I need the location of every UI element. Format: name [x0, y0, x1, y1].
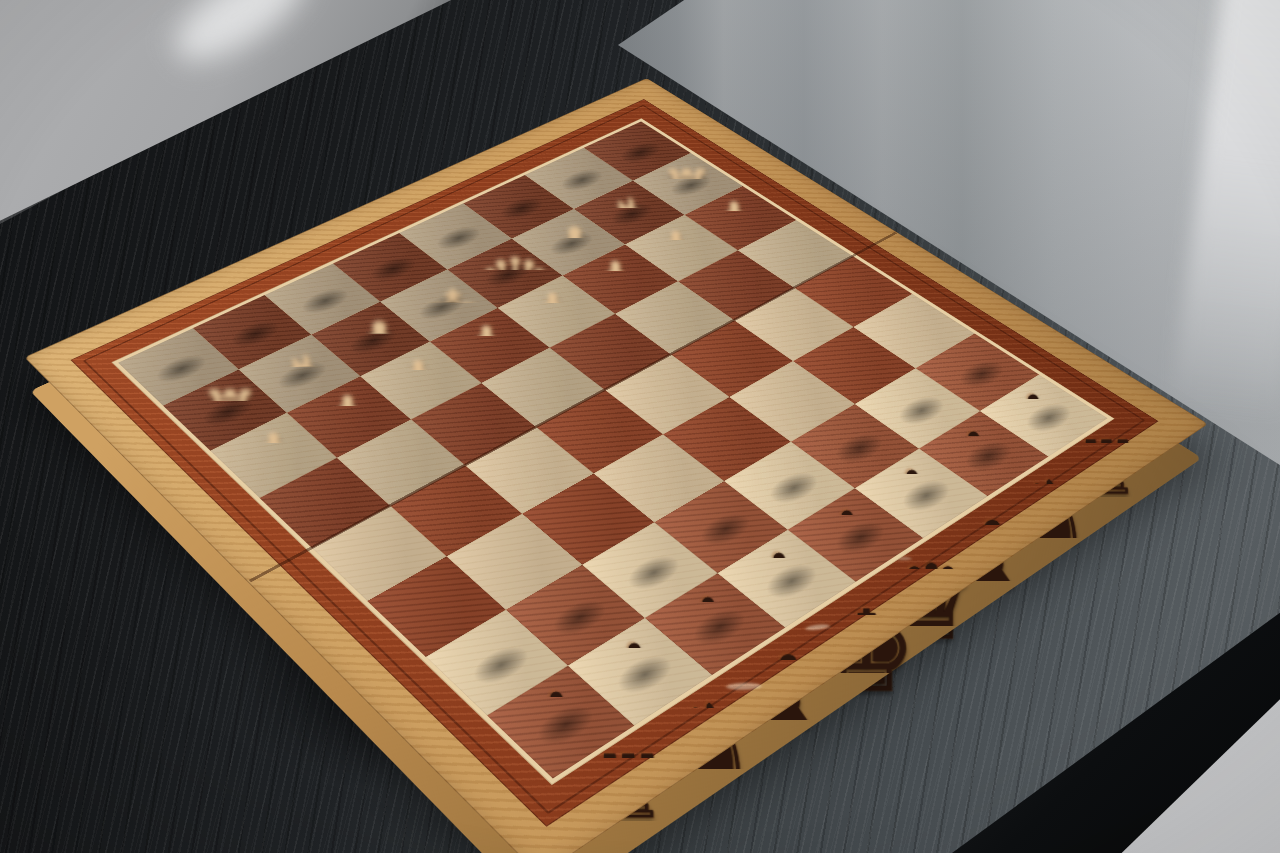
chess-board: ♜♞♝♚♛♝♞♜♟♟♟♟♟♟♟♟♟♟♟♟♟♟♟♟♜♞♝♚♛♝♞♜: [24, 78, 1208, 853]
piece-shadow: [956, 435, 1021, 478]
piece-shadow: [1017, 397, 1081, 438]
chess-scene: ♜♞♝♚♛♝♞♜♟♟♟♟♟♟♟♟♟♟♟♟♟♟♟♟♜♞♝♚♛♝♞♜: [0, 0, 1280, 853]
scuff-mark: [804, 623, 830, 631]
